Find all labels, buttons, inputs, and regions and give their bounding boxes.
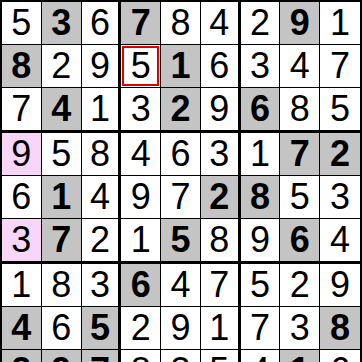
cell-r1c8[interactable]: 9 [280, 2, 320, 45]
cell-r2c6[interactable]: 6 [201, 45, 241, 88]
cell-r5c5[interactable]: 7 [161, 176, 201, 219]
cell-r7c3[interactable]: 3 [82, 264, 122, 307]
cell-r4c5[interactable]: 6 [161, 133, 201, 176]
cell-r5c4[interactable]: 9 [121, 176, 161, 219]
cell-r3c9[interactable]: 5 [320, 88, 360, 133]
cell-r3c5[interactable]: 2 [161, 88, 201, 133]
cell-r5c3[interactable]: 4 [82, 176, 122, 219]
cell-r3c6[interactable]: 9 [201, 88, 241, 133]
cell-r9c6[interactable]: 5 [201, 350, 241, 362]
cell-r3c8[interactable]: 8 [280, 88, 320, 133]
cell-r7c2[interactable]: 8 [42, 264, 82, 307]
cell-r1c6[interactable]: 4 [201, 2, 241, 45]
cell-r4c4[interactable]: 4 [121, 133, 161, 176]
cell-r6c1[interactable]: 3 [2, 219, 42, 264]
cell-r5c9[interactable]: 3 [320, 176, 360, 219]
cell-r9c9[interactable]: 6 [320, 350, 360, 362]
cell-r8c4[interactable]: 2 [121, 307, 161, 350]
cell-r8c5[interactable]: 9 [161, 307, 201, 350]
cell-r5c6[interactable]: 2 [201, 176, 241, 219]
cell-r8c6[interactable]: 1 [201, 307, 241, 350]
cell-r3c3[interactable]: 1 [82, 88, 122, 133]
cell-r2c4[interactable]: 5 [121, 45, 161, 88]
cell-r6c9[interactable]: 4 [320, 219, 360, 264]
cell-r9c5[interactable]: 3 [161, 350, 201, 362]
cell-r6c5[interactable]: 5 [161, 219, 201, 264]
cell-r5c1[interactable]: 6 [2, 176, 42, 219]
cell-r7c7[interactable]: 5 [241, 264, 281, 307]
cell-r6c3[interactable]: 2 [82, 219, 122, 264]
cell-r2c9[interactable]: 7 [320, 45, 360, 88]
cell-r8c3[interactable]: 5 [82, 307, 122, 350]
cell-r2c5[interactable]: 1 [161, 45, 201, 88]
cell-r3c7[interactable]: 6 [241, 88, 281, 133]
cell-r3c2[interactable]: 4 [42, 88, 82, 133]
sudoku-board: 5367842918295163477413296859584631726149… [0, 0, 362, 362]
cell-r4c6[interactable]: 3 [201, 133, 241, 176]
cell-r3c1[interactable]: 7 [2, 88, 42, 133]
cell-r8c7[interactable]: 7 [241, 307, 281, 350]
cell-r4c3[interactable]: 8 [82, 133, 122, 176]
cell-r7c9[interactable]: 9 [320, 264, 360, 307]
cell-r4c9[interactable]: 2 [320, 133, 360, 176]
cell-r7c5[interactable]: 4 [161, 264, 201, 307]
cell-r1c7[interactable]: 2 [241, 2, 281, 45]
cell-r1c3[interactable]: 6 [82, 2, 122, 45]
cell-r7c1[interactable]: 1 [2, 264, 42, 307]
cell-r4c7[interactable]: 1 [241, 133, 281, 176]
cell-r6c7[interactable]: 9 [241, 219, 281, 264]
cell-r6c6[interactable]: 8 [201, 219, 241, 264]
cell-r1c9[interactable]: 1 [320, 2, 360, 45]
cell-r9c4[interactable]: 8 [121, 350, 161, 362]
cell-r9c3[interactable]: 7 [82, 350, 122, 362]
cell-r5c7[interactable]: 8 [241, 176, 281, 219]
cell-r8c1[interactable]: 4 [2, 307, 42, 350]
cell-r9c2[interactable]: 9 [42, 350, 82, 362]
cell-r9c7[interactable]: 4 [241, 350, 281, 362]
cell-r1c4[interactable]: 7 [121, 2, 161, 45]
cell-r8c8[interactable]: 3 [280, 307, 320, 350]
cell-r5c2[interactable]: 1 [42, 176, 82, 219]
cell-r8c2[interactable]: 6 [42, 307, 82, 350]
cell-r6c4[interactable]: 1 [121, 219, 161, 264]
cell-r2c1[interactable]: 8 [2, 45, 42, 88]
cell-r6c8[interactable]: 6 [280, 219, 320, 264]
cell-r4c2[interactable]: 5 [42, 133, 82, 176]
cell-r4c1[interactable]: 9 [2, 133, 42, 176]
cell-r1c1[interactable]: 5 [2, 2, 42, 45]
cell-r8c9[interactable]: 8 [320, 307, 360, 350]
cell-r9c8[interactable]: 1 [280, 350, 320, 362]
cell-r6c2[interactable]: 7 [42, 219, 82, 264]
cell-r2c7[interactable]: 3 [241, 45, 281, 88]
cell-r7c4[interactable]: 6 [121, 264, 161, 307]
cell-r5c8[interactable]: 5 [280, 176, 320, 219]
cell-r2c2[interactable]: 2 [42, 45, 82, 88]
cell-r1c2[interactable]: 3 [42, 2, 82, 45]
cell-r2c8[interactable]: 4 [280, 45, 320, 88]
cell-r7c8[interactable]: 2 [280, 264, 320, 307]
cell-r9c1[interactable]: 2 [2, 350, 42, 362]
cell-r1c5[interactable]: 8 [161, 2, 201, 45]
cell-r7c6[interactable]: 7 [201, 264, 241, 307]
cell-r4c8[interactable]: 7 [280, 133, 320, 176]
cell-r3c4[interactable]: 3 [121, 88, 161, 133]
cell-r2c3[interactable]: 9 [82, 45, 122, 88]
